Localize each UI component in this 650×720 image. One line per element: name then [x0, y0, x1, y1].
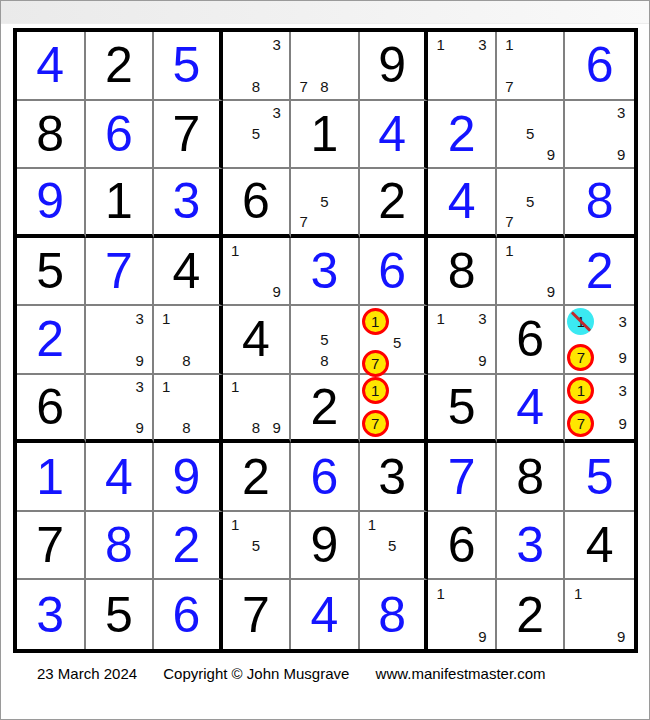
- cell-r7c7[interactable]: 7: [428, 443, 497, 512]
- given-digit: 9: [378, 40, 406, 90]
- candidate-grid: 38: [225, 34, 288, 97]
- cell-r3c3[interactable]: 3: [154, 169, 223, 238]
- candidate-1: 1: [499, 240, 520, 261]
- solved-digit: 1: [36, 452, 64, 502]
- solved-digit: 3: [36, 590, 64, 640]
- sudoku-board: 4253878913176867351425939913657245785741…: [13, 28, 638, 653]
- candidate-1: 1: [225, 377, 246, 397]
- cell-r2c1[interactable]: 8: [17, 101, 86, 170]
- cell-r1c8[interactable]: 17: [497, 32, 566, 101]
- candidate-1: 1: [156, 377, 176, 397]
- solved-digit: 3: [172, 176, 200, 226]
- candidate-grid: 15: [225, 514, 288, 577]
- solved-digit: 7: [105, 246, 133, 296]
- solved-digit: 2: [36, 314, 64, 364]
- cell-r2c5[interactable]: 1: [291, 101, 360, 170]
- cell-r5c7[interactable]: 139: [428, 306, 497, 375]
- candidate-3: 3: [613, 308, 632, 335]
- highlighted-candidate-circle: 7: [362, 410, 389, 437]
- candidate-9: 9: [266, 281, 287, 302]
- candidate-1: 1: [430, 308, 451, 329]
- candidate-9: 9: [541, 281, 562, 302]
- cell-r3c9[interactable]: 8: [565, 169, 634, 238]
- candidate-5: 5: [520, 123, 541, 144]
- given-digit: 2: [242, 452, 270, 502]
- solved-digit: 3: [516, 520, 544, 570]
- candidate-grid: 19: [225, 240, 288, 303]
- solved-digit: 4: [378, 109, 406, 159]
- candidate-9: 9: [541, 144, 562, 165]
- cell-r6c1[interactable]: 6: [17, 375, 86, 444]
- solved-digit: 8: [586, 176, 614, 226]
- solved-digit: 2: [448, 109, 476, 159]
- cell-r9c4[interactable]: 7: [223, 580, 292, 649]
- highlighted-candidate-circle: 7: [567, 410, 594, 437]
- candidate-7: 7: [293, 211, 314, 231]
- cell-r7c6[interactable]: 3: [360, 443, 429, 512]
- candidate-8: 8: [176, 417, 196, 437]
- cell-r4c5[interactable]: 3: [291, 238, 360, 307]
- candidate-3: 3: [472, 308, 493, 329]
- candidate-grid: 58: [293, 308, 356, 371]
- cell-r6c7[interactable]: 5: [428, 375, 497, 444]
- cell-r1c6[interactable]: 9: [360, 32, 429, 101]
- cell-r9c7[interactable]: 19: [428, 580, 497, 649]
- candidate-7: 7: [293, 76, 314, 97]
- candidate-grid: 139: [430, 308, 493, 371]
- cell-r6c3[interactable]: 18: [154, 375, 223, 444]
- candidate-5: 5: [389, 335, 406, 350]
- highlighted-candidate-circle: 7: [567, 344, 594, 371]
- highlighted-candidate-circle: 7: [362, 350, 389, 377]
- highlighted-candidate-circle: 1: [362, 308, 389, 335]
- solved-digit: 6: [105, 109, 133, 159]
- candidate-5: 5: [314, 329, 335, 350]
- cell-r8c7[interactable]: 6: [428, 512, 497, 581]
- candidate-8: 8: [246, 76, 267, 97]
- given-digit: 4: [242, 314, 270, 364]
- cell-r5c6[interactable]: 157: [360, 306, 429, 375]
- candidate-1: 1: [156, 308, 176, 329]
- candidate-grid: 57: [293, 171, 356, 232]
- candidate-9: 9: [266, 417, 287, 437]
- cell-r9c6[interactable]: 8: [360, 580, 429, 649]
- candidate-grid: 1379: [567, 377, 632, 438]
- solved-digit: 4: [311, 590, 339, 640]
- solved-digit: 3: [311, 246, 339, 296]
- given-digit: 1: [105, 176, 133, 226]
- candidate-3: 3: [613, 377, 632, 404]
- cell-r6c9[interactable]: 1379: [565, 375, 634, 444]
- given-digit: 2: [311, 382, 339, 432]
- footer-website: www.manifestmaster.com: [376, 665, 546, 682]
- candidate-1: 1: [362, 514, 382, 535]
- cell-r6c5[interactable]: 2: [291, 375, 360, 444]
- solved-digit: 2: [172, 520, 200, 570]
- given-digit: 6: [516, 314, 544, 364]
- cell-r1c7[interactable]: 13: [428, 32, 497, 101]
- solved-digit: 6: [586, 40, 614, 90]
- candidate-grid: 17: [499, 34, 562, 97]
- cell-r9c5[interactable]: 4: [291, 580, 360, 649]
- cell-r9c9[interactable]: 19: [565, 580, 634, 649]
- candidate-5: 5: [314, 191, 335, 211]
- cell-r7c2[interactable]: 4: [86, 443, 155, 512]
- cell-r1c4[interactable]: 38: [223, 32, 292, 101]
- candidate-3: 3: [129, 377, 150, 397]
- cell-r1c9[interactable]: 6: [565, 32, 634, 101]
- solved-digit: 4: [516, 382, 544, 432]
- candidate-3: 3: [129, 308, 150, 329]
- given-digit: 9: [311, 520, 339, 570]
- cell-r5c5[interactable]: 58: [291, 306, 360, 375]
- given-digit: 7: [172, 109, 200, 159]
- cell-r4c4[interactable]: 19: [223, 238, 292, 307]
- candidate-7: 7: [567, 410, 594, 437]
- candidate-grid: 39: [88, 308, 151, 371]
- footer: 23 March 2024 Copyright © John Musgrave …: [37, 665, 568, 682]
- candidate-9: 9: [129, 417, 150, 437]
- cell-r3c7[interactable]: 4: [428, 169, 497, 238]
- cell-r9c1[interactable]: 3: [17, 580, 86, 649]
- cell-r8c4[interactable]: 15: [223, 512, 292, 581]
- candidate-grid: 18: [156, 308, 217, 371]
- cell-r8c1[interactable]: 7: [17, 512, 86, 581]
- given-digit: 6: [242, 176, 270, 226]
- candidate-1: 1: [499, 34, 520, 55]
- candidate-9: 9: [610, 144, 632, 165]
- cell-r7c3[interactable]: 9: [154, 443, 223, 512]
- page: 4253878913176867351425939913657245785741…: [0, 0, 650, 720]
- given-digit: 2: [378, 176, 406, 226]
- cell-r7c9[interactable]: 5: [565, 443, 634, 512]
- cell-r8c3[interactable]: 2: [154, 512, 223, 581]
- cell-r5c1[interactable]: 2: [17, 306, 86, 375]
- given-digit: 4: [586, 520, 614, 570]
- given-digit: 3: [378, 452, 406, 502]
- candidate-7: 7: [499, 76, 520, 97]
- cell-r2c2[interactable]: 6: [86, 101, 155, 170]
- candidate-grid: 39: [567, 103, 632, 166]
- given-digit: 2: [516, 590, 544, 640]
- given-digit: 4: [172, 246, 200, 296]
- solved-digit: 9: [36, 176, 64, 226]
- candidate-5: 5: [246, 123, 267, 144]
- candidate-5: 5: [520, 191, 541, 211]
- candidate-1: 1: [567, 308, 594, 335]
- cell-r5c3[interactable]: 18: [154, 306, 223, 375]
- given-digit: 6: [448, 520, 476, 570]
- cell-r1c1[interactable]: 4: [17, 32, 86, 101]
- given-digit: 6: [36, 382, 64, 432]
- cell-r9c2[interactable]: 5: [86, 580, 155, 649]
- cell-r5c4[interactable]: 4: [223, 306, 292, 375]
- candidate-8: 8: [176, 350, 196, 371]
- cell-r5c9[interactable]: 1379: [565, 306, 634, 375]
- cell-r7c5[interactable]: 6: [291, 443, 360, 512]
- candidate-grid: 19: [567, 582, 632, 647]
- solved-digit: 9: [172, 452, 200, 502]
- candidate-3: 3: [472, 34, 493, 55]
- solved-digit: 4: [105, 452, 133, 502]
- candidate-grid: 15: [362, 514, 423, 577]
- cell-r5c8[interactable]: 6: [497, 306, 566, 375]
- solved-digit: 6: [378, 246, 406, 296]
- given-digit: 5: [448, 382, 476, 432]
- candidate-grid: 19: [499, 240, 562, 303]
- candidate-grid: 189: [225, 377, 288, 438]
- given-digit: 1: [311, 109, 339, 159]
- cell-r8c2[interactable]: 8: [86, 512, 155, 581]
- cell-r4c1[interactable]: 5: [17, 238, 86, 307]
- highlighted-candidate-circle: 1: [567, 377, 594, 404]
- given-digit: 2: [105, 40, 133, 90]
- solved-digit: 5: [586, 452, 614, 502]
- cell-r1c3[interactable]: 5: [154, 32, 223, 101]
- candidate-grid: 59: [499, 103, 562, 166]
- cell-r2c6[interactable]: 4: [360, 101, 429, 170]
- cell-r4c2[interactable]: 7: [86, 238, 155, 307]
- candidate-1: 1: [567, 377, 594, 404]
- candidate-1: 1: [567, 582, 589, 604]
- candidate-9: 9: [613, 410, 632, 437]
- candidate-1: 1: [225, 514, 246, 535]
- candidate-grid: 35: [225, 103, 288, 166]
- footer-copyright: Copyright © John Musgrave: [163, 665, 349, 682]
- cell-r4c9[interactable]: 2: [565, 238, 634, 307]
- candidate-8: 8: [314, 76, 335, 97]
- candidate-3: 3: [266, 103, 287, 124]
- candidate-grid: 13: [430, 34, 493, 97]
- candidate-7: 7: [362, 410, 389, 437]
- candidate-8: 8: [314, 350, 335, 371]
- cell-r5c2[interactable]: 39: [86, 306, 155, 375]
- cell-r8c5[interactable]: 9: [291, 512, 360, 581]
- highlighted-candidate-circle: 1: [362, 377, 389, 404]
- cell-r7c4[interactable]: 2: [223, 443, 292, 512]
- candidate-grid: 19: [430, 582, 493, 647]
- elimination-strike-icon: [571, 311, 592, 332]
- candidate-1: 1: [225, 240, 246, 261]
- candidate-5: 5: [382, 535, 402, 556]
- solved-digit: 6: [311, 452, 339, 502]
- cell-r2c7[interactable]: 2: [428, 101, 497, 170]
- cell-r2c9[interactable]: 39: [565, 101, 634, 170]
- cell-r9c3[interactable]: 6: [154, 580, 223, 649]
- candidate-7: 7: [362, 350, 389, 377]
- candidate-grid: 18: [156, 377, 217, 438]
- cell-r4c6[interactable]: 6: [360, 238, 429, 307]
- candidate-3: 3: [266, 34, 287, 55]
- cell-r4c8[interactable]: 19: [497, 238, 566, 307]
- given-digit: 5: [36, 246, 64, 296]
- candidate-1: 1: [430, 34, 451, 55]
- given-digit: 7: [36, 520, 64, 570]
- candidate-grid: 1379: [567, 308, 632, 371]
- cell-r2c4[interactable]: 35: [223, 101, 292, 170]
- solved-digit: 6: [172, 590, 200, 640]
- given-digit: 8: [448, 246, 476, 296]
- candidate-1: 1: [362, 308, 389, 335]
- candidate-grid: 78: [293, 34, 356, 97]
- candidate-9: 9: [613, 344, 632, 371]
- cell-r3c1[interactable]: 9: [17, 169, 86, 238]
- cell-r3c6[interactable]: 2: [360, 169, 429, 238]
- solved-digit: 4: [36, 40, 64, 90]
- candidate-3: 3: [610, 103, 632, 124]
- cell-r2c8[interactable]: 59: [497, 101, 566, 170]
- footer-date: 23 March 2024: [37, 665, 137, 682]
- candidate-grid: 57: [499, 171, 562, 232]
- given-digit: 8: [36, 109, 64, 159]
- cell-r3c8[interactable]: 57: [497, 169, 566, 238]
- cell-r1c2[interactable]: 2: [86, 32, 155, 101]
- cell-r9c8[interactable]: 2: [497, 580, 566, 649]
- given-digit: 8: [516, 452, 544, 502]
- candidate-9: 9: [472, 625, 493, 647]
- cell-r8c9[interactable]: 4: [565, 512, 634, 581]
- candidate-9: 9: [129, 350, 150, 371]
- cell-r3c4[interactable]: 6: [223, 169, 292, 238]
- solved-digit: 7: [448, 452, 476, 502]
- candidate-9: 9: [472, 350, 493, 371]
- candidate-5: 5: [246, 535, 267, 556]
- candidate-grid: 39: [88, 377, 151, 438]
- solved-digit: 2: [586, 246, 614, 296]
- candidate-1: 1: [430, 582, 451, 604]
- cell-r4c7[interactable]: 8: [428, 238, 497, 307]
- candidate-8: 8: [246, 417, 267, 437]
- cell-r1c5[interactable]: 78: [291, 32, 360, 101]
- candidate-1: 1: [362, 377, 389, 404]
- solved-digit: 8: [378, 590, 406, 640]
- cell-r2c3[interactable]: 7: [154, 101, 223, 170]
- cell-r8c6[interactable]: 15: [360, 512, 429, 581]
- cell-r3c2[interactable]: 1: [86, 169, 155, 238]
- solved-digit: 4: [448, 176, 476, 226]
- cell-r4c3[interactable]: 4: [154, 238, 223, 307]
- candidate-7: 7: [567, 344, 594, 371]
- solved-digit: 5: [172, 40, 200, 90]
- given-digit: 7: [242, 590, 270, 640]
- cell-r6c6[interactable]: 17: [360, 375, 429, 444]
- cell-r6c4[interactable]: 189: [223, 375, 292, 444]
- window-top-bar: [1, 1, 649, 24]
- candidate-9: 9: [610, 625, 632, 647]
- solved-digit: 8: [105, 520, 133, 570]
- cell-r6c8[interactable]: 4: [497, 375, 566, 444]
- eliminated-candidate-circle: 1: [567, 308, 594, 335]
- candidate-grid: 17: [362, 377, 423, 438]
- candidate-grid: 157: [362, 308, 423, 371]
- candidate-7: 7: [499, 211, 520, 231]
- given-digit: 5: [105, 590, 133, 640]
- cell-r7c8[interactable]: 8: [497, 443, 566, 512]
- cell-r7c1[interactable]: 1: [17, 443, 86, 512]
- cell-r6c2[interactable]: 39: [86, 375, 155, 444]
- cell-r3c5[interactable]: 57: [291, 169, 360, 238]
- cell-r8c8[interactable]: 3: [497, 512, 566, 581]
